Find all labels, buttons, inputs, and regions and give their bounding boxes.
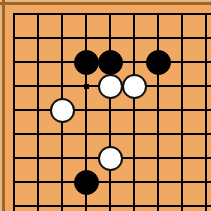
grid-line-horizontal [13, 109, 211, 111]
board-border-top [0, 2, 211, 5]
grid-line-horizontal [13, 37, 211, 39]
board-border-left [2, 0, 5, 211]
grid-line-horizontal [13, 133, 211, 135]
black-stone [146, 50, 171, 75]
grid-line-horizontal [13, 181, 211, 183]
white-stone [50, 98, 75, 123]
grid-line-horizontal [13, 13, 211, 15]
white-stone [98, 74, 123, 99]
black-stone [74, 50, 99, 75]
white-stone [122, 74, 147, 99]
grid-line-horizontal [13, 205, 211, 207]
star-point-marker [84, 84, 89, 89]
white-stone [98, 146, 123, 171]
black-stone [98, 50, 123, 75]
go-board-diagram [0, 0, 211, 211]
black-stone [74, 170, 99, 195]
